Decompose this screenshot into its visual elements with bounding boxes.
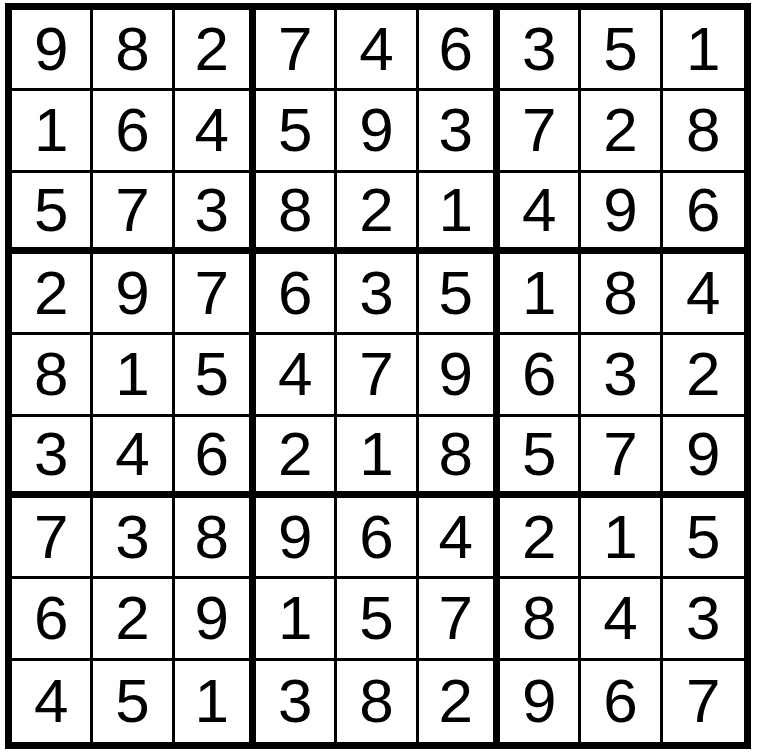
- cell-r6c6: 8: [419, 417, 500, 498]
- cell-r9c2: 5: [93, 661, 174, 742]
- cell-r7c9: 5: [663, 498, 744, 579]
- cell-r5c9: 2: [663, 335, 744, 416]
- cell-r3c1: 5: [12, 173, 93, 254]
- cell-r6c8: 7: [581, 417, 662, 498]
- cell-r1c6: 6: [419, 10, 500, 91]
- cell-r4c3: 7: [175, 254, 256, 335]
- cell-r1c4: 7: [256, 10, 337, 91]
- cell-r8c2: 2: [93, 579, 174, 660]
- cell-r6c9: 9: [663, 417, 744, 498]
- cell-r3c5: 2: [337, 173, 418, 254]
- cell-r9c6: 2: [419, 661, 500, 742]
- cell-r1c1: 9: [12, 10, 93, 91]
- cell-r4c2: 9: [93, 254, 174, 335]
- cell-r2c7: 7: [500, 91, 581, 172]
- cell-r2c1: 1: [12, 91, 93, 172]
- cell-r9c8: 6: [581, 661, 662, 742]
- cell-r5c7: 6: [500, 335, 581, 416]
- cell-r2c4: 5: [256, 91, 337, 172]
- cell-r3c2: 7: [93, 173, 174, 254]
- cell-r9c1: 4: [12, 661, 93, 742]
- cell-r7c2: 3: [93, 498, 174, 579]
- cell-r2c6: 3: [419, 91, 500, 172]
- cell-r7c8: 1: [581, 498, 662, 579]
- cell-r6c2: 4: [93, 417, 174, 498]
- cell-r4c9: 4: [663, 254, 744, 335]
- cell-r5c8: 3: [581, 335, 662, 416]
- cell-r7c7: 2: [500, 498, 581, 579]
- cell-r6c5: 1: [337, 417, 418, 498]
- cell-r5c2: 1: [93, 335, 174, 416]
- cell-r8c4: 1: [256, 579, 337, 660]
- sudoku-board: 9827463511645937285738214962976351848154…: [5, 3, 751, 749]
- cell-r9c5: 8: [337, 661, 418, 742]
- cell-r1c5: 4: [337, 10, 418, 91]
- cell-r6c1: 3: [12, 417, 93, 498]
- cell-r8c7: 8: [500, 579, 581, 660]
- cell-r7c4: 9: [256, 498, 337, 579]
- cell-r6c3: 6: [175, 417, 256, 498]
- cell-r7c1: 7: [12, 498, 93, 579]
- cell-r2c2: 6: [93, 91, 174, 172]
- cell-r4c1: 2: [12, 254, 93, 335]
- cell-r5c6: 9: [419, 335, 500, 416]
- cell-r4c5: 3: [337, 254, 418, 335]
- cell-r2c3: 4: [175, 91, 256, 172]
- cell-r3c8: 9: [581, 173, 662, 254]
- cell-r4c4: 6: [256, 254, 337, 335]
- cell-r7c3: 8: [175, 498, 256, 579]
- cell-r1c2: 8: [93, 10, 174, 91]
- cell-r9c9: 7: [663, 661, 744, 742]
- cell-r1c3: 2: [175, 10, 256, 91]
- cell-r6c4: 2: [256, 417, 337, 498]
- cell-r2c5: 9: [337, 91, 418, 172]
- cell-r9c3: 1: [175, 661, 256, 742]
- cell-r5c5: 7: [337, 335, 418, 416]
- cell-r5c3: 5: [175, 335, 256, 416]
- cell-r8c3: 9: [175, 579, 256, 660]
- cell-r4c7: 1: [500, 254, 581, 335]
- cell-r5c4: 4: [256, 335, 337, 416]
- cell-r9c7: 9: [500, 661, 581, 742]
- cell-r8c8: 4: [581, 579, 662, 660]
- cell-r4c8: 8: [581, 254, 662, 335]
- cell-r3c4: 8: [256, 173, 337, 254]
- cell-r9c4: 3: [256, 661, 337, 742]
- cell-r3c7: 4: [500, 173, 581, 254]
- cell-r5c1: 8: [12, 335, 93, 416]
- cell-r3c3: 3: [175, 173, 256, 254]
- cell-r7c6: 4: [419, 498, 500, 579]
- cell-r8c6: 7: [419, 579, 500, 660]
- cell-r4c6: 5: [419, 254, 500, 335]
- cell-r3c6: 1: [419, 173, 500, 254]
- cell-r7c5: 6: [337, 498, 418, 579]
- cell-r1c7: 3: [500, 10, 581, 91]
- cell-r3c9: 6: [663, 173, 744, 254]
- cell-r2c8: 2: [581, 91, 662, 172]
- cell-r1c9: 1: [663, 10, 744, 91]
- cell-r8c5: 5: [337, 579, 418, 660]
- cell-r1c8: 5: [581, 10, 662, 91]
- cell-r2c9: 8: [663, 91, 744, 172]
- cell-r8c1: 6: [12, 579, 93, 660]
- cell-r8c9: 3: [663, 579, 744, 660]
- cell-r6c7: 5: [500, 417, 581, 498]
